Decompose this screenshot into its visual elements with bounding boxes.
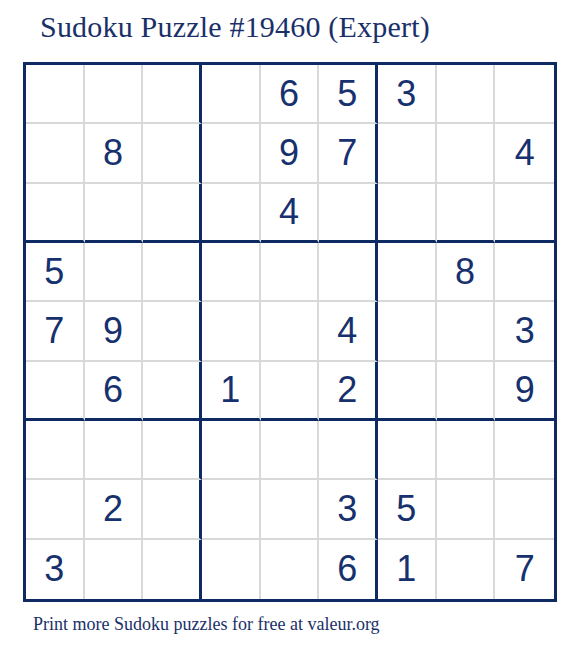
- cell-r5c3: [143, 302, 202, 361]
- cell-r2c5: 9: [261, 124, 320, 183]
- cell-r3c2: [85, 184, 144, 243]
- cell-r1c3: [143, 65, 202, 124]
- cell-r1c9: [495, 65, 554, 124]
- cell-r7c3: [143, 421, 202, 480]
- cell-r8c2: 2: [85, 480, 144, 539]
- page-title: Sudoku Puzzle #19460 (Expert): [40, 10, 430, 44]
- cell-r6c6: 2: [319, 362, 378, 421]
- cell-r4c1: 5: [26, 243, 85, 302]
- cell-r6c5: [261, 362, 320, 421]
- cell-r2c9: 4: [495, 124, 554, 183]
- cell-r5c4: [202, 302, 261, 361]
- cell-r3c6: [319, 184, 378, 243]
- cell-r9c4: [202, 540, 261, 599]
- cell-r2c3: [143, 124, 202, 183]
- cell-r6c8: [437, 362, 496, 421]
- cell-r4c4: [202, 243, 261, 302]
- cell-r2c6: 7: [319, 124, 378, 183]
- cell-r4c2: [85, 243, 144, 302]
- cell-r2c7: [378, 124, 437, 183]
- cell-r5c5: [261, 302, 320, 361]
- cell-r6c3: [143, 362, 202, 421]
- cell-r5c8: [437, 302, 496, 361]
- cell-r8c9: [495, 480, 554, 539]
- cell-r5c7: [378, 302, 437, 361]
- cell-r8c7: 5: [378, 480, 437, 539]
- cell-r9c3: [143, 540, 202, 599]
- cell-r9c7: 1: [378, 540, 437, 599]
- cell-r6c1: [26, 362, 85, 421]
- cell-r9c2: [85, 540, 144, 599]
- cell-r1c8: [437, 65, 496, 124]
- cell-r8c5: [261, 480, 320, 539]
- cell-r7c5: [261, 421, 320, 480]
- cell-r7c4: [202, 421, 261, 480]
- cell-r7c1: [26, 421, 85, 480]
- cell-r1c5: 6: [261, 65, 320, 124]
- cell-r9c1: 3: [26, 540, 85, 599]
- cell-r4c3: [143, 243, 202, 302]
- cell-r4c9: [495, 243, 554, 302]
- cell-r5c1: 7: [26, 302, 85, 361]
- cell-r7c8: [437, 421, 496, 480]
- cell-r9c9: 7: [495, 540, 554, 599]
- cell-r1c2: [85, 65, 144, 124]
- cell-r7c7: [378, 421, 437, 480]
- cell-r9c6: 6: [319, 540, 378, 599]
- cell-r6c7: [378, 362, 437, 421]
- cell-r8c1: [26, 480, 85, 539]
- cell-r1c1: [26, 65, 85, 124]
- cell-r3c3: [143, 184, 202, 243]
- cell-r3c4: [202, 184, 261, 243]
- sudoku-print-page: Sudoku Puzzle #19460 (Expert) 6538974458…: [0, 0, 580, 651]
- cell-r3c9: [495, 184, 554, 243]
- cell-r6c2: 6: [85, 362, 144, 421]
- cell-r2c8: [437, 124, 496, 183]
- sudoku-board: 6538974458794361292353617: [23, 62, 557, 602]
- cell-r4c5: [261, 243, 320, 302]
- cell-r7c2: [85, 421, 144, 480]
- cell-r4c6: [319, 243, 378, 302]
- cell-r3c1: [26, 184, 85, 243]
- cell-r6c9: 9: [495, 362, 554, 421]
- cell-r3c7: [378, 184, 437, 243]
- cell-r9c5: [261, 540, 320, 599]
- cell-r2c4: [202, 124, 261, 183]
- footer-text: Print more Sudoku puzzles for free at va…: [33, 614, 380, 635]
- cell-r8c8: [437, 480, 496, 539]
- cell-r7c9: [495, 421, 554, 480]
- cell-r5c2: 9: [85, 302, 144, 361]
- cell-r2c1: [26, 124, 85, 183]
- cell-r5c9: 3: [495, 302, 554, 361]
- cell-r3c5: 4: [261, 184, 320, 243]
- cell-r1c6: 5: [319, 65, 378, 124]
- cell-r1c4: [202, 65, 261, 124]
- cell-r6c4: 1: [202, 362, 261, 421]
- cell-r4c8: 8: [437, 243, 496, 302]
- cell-r7c6: [319, 421, 378, 480]
- cell-r1c7: 3: [378, 65, 437, 124]
- cell-r4c7: [378, 243, 437, 302]
- cell-r8c4: [202, 480, 261, 539]
- cell-r9c8: [437, 540, 496, 599]
- cell-r5c6: 4: [319, 302, 378, 361]
- cell-r8c6: 3: [319, 480, 378, 539]
- cell-r8c3: [143, 480, 202, 539]
- cell-r2c2: 8: [85, 124, 144, 183]
- cell-r3c8: [437, 184, 496, 243]
